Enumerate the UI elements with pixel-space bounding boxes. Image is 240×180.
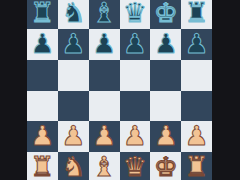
black-bishop[interactable]: ♝ — [92, 0, 116, 26]
square-d2[interactable]: ♟ — [120, 121, 151, 152]
black-rook[interactable]: ♜ — [184, 0, 208, 26]
square-a6[interactable]: ♜ — [27, 0, 58, 29]
white-bishop[interactable]: ♝ — [92, 153, 116, 180]
square-e2[interactable]: ♟ — [150, 121, 181, 152]
black-pawn[interactable]: ♟ — [92, 30, 116, 57]
black-king[interactable]: ♚ — [154, 0, 178, 26]
square-c1[interactable]: ♝ — [89, 152, 120, 180]
square-b6[interactable]: ♞ — [58, 0, 89, 29]
square-f2[interactable]: ♟ — [181, 121, 212, 152]
square-a4[interactable] — [27, 60, 58, 91]
square-a1[interactable]: ♜ — [27, 152, 58, 180]
white-pawn[interactable]: ♟ — [154, 122, 178, 149]
square-e3[interactable] — [150, 91, 181, 122]
white-pawn[interactable]: ♟ — [123, 122, 147, 149]
square-b4[interactable] — [58, 60, 89, 91]
square-c3[interactable] — [89, 91, 120, 122]
square-d5[interactable]: ♟ — [120, 29, 151, 60]
black-queen[interactable]: ♛ — [123, 0, 147, 26]
square-c5[interactable]: ♟ — [89, 29, 120, 60]
white-pawn[interactable]: ♟ — [61, 122, 85, 149]
square-b2[interactable]: ♟ — [58, 121, 89, 152]
chess-board: ♜♞♝♛♚♜♟♟♟♟♟♟♟♟♟♟♟♟♜♞♝♛♚♜ — [27, 0, 212, 180]
black-pawn[interactable]: ♟ — [61, 30, 85, 57]
black-pawn[interactable]: ♟ — [154, 30, 178, 57]
square-d3[interactable] — [120, 91, 151, 122]
square-f1[interactable]: ♜ — [181, 152, 212, 180]
white-queen[interactable]: ♛ — [123, 153, 147, 180]
black-pawn[interactable]: ♟ — [184, 30, 208, 57]
white-knight[interactable]: ♞ — [61, 153, 85, 180]
square-c2[interactable]: ♟ — [89, 121, 120, 152]
square-f4[interactable] — [181, 60, 212, 91]
white-king[interactable]: ♚ — [154, 153, 178, 180]
square-b1[interactable]: ♞ — [58, 152, 89, 180]
square-a3[interactable] — [27, 91, 58, 122]
square-d1[interactable]: ♛ — [120, 152, 151, 180]
white-rook[interactable]: ♜ — [184, 153, 208, 180]
square-f6[interactable]: ♜ — [181, 0, 212, 29]
square-d6[interactable]: ♛ — [120, 0, 151, 29]
square-a2[interactable]: ♟ — [27, 121, 58, 152]
square-a5[interactable]: ♟ — [27, 29, 58, 60]
square-c6[interactable]: ♝ — [89, 0, 120, 29]
square-c4[interactable] — [89, 60, 120, 91]
square-f3[interactable] — [181, 91, 212, 122]
square-f5[interactable]: ♟ — [181, 29, 212, 60]
black-pawn[interactable]: ♟ — [123, 30, 147, 57]
square-b5[interactable]: ♟ — [58, 29, 89, 60]
square-e4[interactable] — [150, 60, 181, 91]
black-pawn[interactable]: ♟ — [30, 30, 54, 57]
black-rook[interactable]: ♜ — [30, 0, 54, 26]
white-pawn[interactable]: ♟ — [184, 122, 208, 149]
square-e1[interactable]: ♚ — [150, 152, 181, 180]
square-b3[interactable] — [58, 91, 89, 122]
white-rook[interactable]: ♜ — [30, 153, 54, 180]
square-e6[interactable]: ♚ — [150, 0, 181, 29]
chess-app-screen: ♜♞♝♛♚♜♟♟♟♟♟♟♟♟♟♟♟♟♜♞♝♛♚♜ — [0, 0, 240, 180]
white-pawn[interactable]: ♟ — [92, 122, 116, 149]
white-pawn[interactable]: ♟ — [30, 122, 54, 149]
black-knight[interactable]: ♞ — [61, 0, 85, 26]
square-d4[interactable] — [120, 60, 151, 91]
square-e5[interactable]: ♟ — [150, 29, 181, 60]
